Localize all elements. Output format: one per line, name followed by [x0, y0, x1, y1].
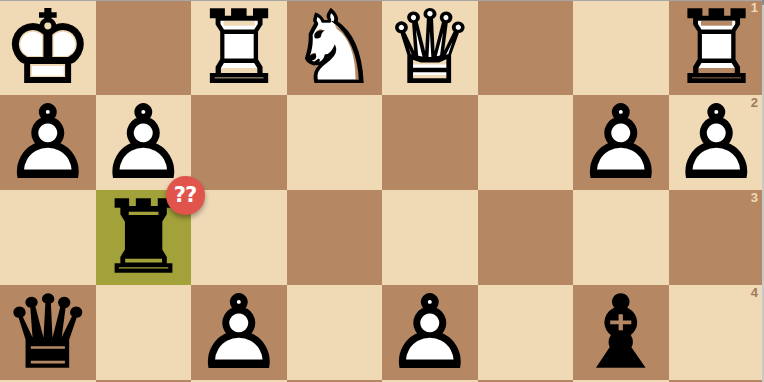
square-b3[interactable] [573, 190, 669, 285]
square-h2[interactable]: ♟♙ [0, 95, 96, 190]
square-e4[interactable] [287, 285, 383, 380]
square-c2[interactable] [478, 95, 574, 190]
white-pawn-outline: ♙ [3, 93, 93, 193]
white-rook-fill: ♜ [194, 0, 284, 98]
chessboard: ♚♔♜♖♞♘♛♕♜♖1♟♙♟♙♟♙♟♙2♜??3♛♟♙♟♙♝4 [0, 0, 764, 382]
white-pawn[interactable]: ♟♙ [96, 95, 192, 190]
square-d2[interactable] [382, 95, 478, 190]
board-grid: ♚♔♜♖♞♘♛♕♜♖1♟♙♟♙♟♙♟♙2♜??3♛♟♙♟♙♝4 [0, 0, 764, 382]
white-pawn[interactable]: ♟♙ [573, 95, 669, 190]
white-king-outline: ♔ [3, 0, 93, 98]
white-king[interactable]: ♚♔ [0, 0, 96, 95]
white-pawn-fill: ♟ [576, 93, 666, 193]
square-e2[interactable] [287, 95, 383, 190]
square-d4[interactable]: ♟♙ [382, 285, 478, 380]
square-a2[interactable]: ♟♙2 [669, 95, 764, 190]
rank-label-3: 3 [751, 191, 758, 205]
white-rook-outline: ♖ [671, 0, 761, 98]
white-pawn-fill: ♟ [3, 93, 93, 193]
square-g1[interactable] [96, 0, 192, 95]
white-pawn[interactable]: ♟♙ [0, 95, 96, 190]
square-c1[interactable] [478, 0, 574, 95]
white-knight[interactable]: ♞♘ [287, 0, 383, 95]
white-rook-outline: ♖ [194, 0, 284, 98]
white-pawn-outline: ♙ [385, 283, 475, 382]
white-pawn-fill: ♟ [194, 283, 284, 382]
rank-label-4: 4 [751, 286, 758, 300]
white-knight-fill: ♞ [289, 0, 379, 98]
white-queen-fill: ♛ [385, 0, 475, 98]
black-queen-glyph: ♛ [3, 283, 93, 382]
square-h4[interactable]: ♛ [0, 285, 96, 380]
black-queen[interactable]: ♛ [0, 285, 96, 380]
white-knight-outline: ♘ [289, 0, 379, 98]
square-d1[interactable]: ♛♕ [382, 0, 478, 95]
white-king-fill: ♚ [3, 0, 93, 98]
square-b2[interactable]: ♟♙ [573, 95, 669, 190]
square-g2[interactable]: ♟♙ [96, 95, 192, 190]
blunder-annotation-badge: ?? [166, 176, 205, 215]
square-d3[interactable] [382, 190, 478, 285]
square-c4[interactable] [478, 285, 574, 380]
square-f1[interactable]: ♜♖ [191, 0, 287, 95]
square-h1[interactable]: ♚♔ [0, 0, 96, 95]
white-queen-outline: ♕ [385, 0, 475, 98]
white-pawn-outline: ♙ [194, 283, 284, 382]
square-a3[interactable]: 3 [669, 190, 764, 285]
white-pawn[interactable]: ♟♙ [382, 285, 478, 380]
square-g4[interactable] [96, 285, 192, 380]
white-rook[interactable]: ♜♖ [191, 0, 287, 95]
square-e1[interactable]: ♞♘ [287, 0, 383, 95]
square-f2[interactable] [191, 95, 287, 190]
square-b1[interactable] [573, 0, 669, 95]
white-queen[interactable]: ♛♕ [382, 0, 478, 95]
window-top-border [0, 0, 764, 1]
black-bishop-glyph: ♝ [576, 283, 666, 382]
square-c3[interactable] [478, 190, 574, 285]
white-pawn[interactable]: ♟♙ [191, 285, 287, 380]
square-g3[interactable]: ♜?? [96, 190, 192, 285]
white-pawn-fill: ♟ [671, 93, 761, 193]
white-pawn-outline: ♙ [671, 93, 761, 193]
white-pawn-fill: ♟ [385, 283, 475, 382]
black-bishop[interactable]: ♝ [573, 285, 669, 380]
white-pawn-outline: ♙ [576, 93, 666, 193]
square-a4[interactable]: 4 [669, 285, 764, 380]
white-pawn[interactable]: ♟♙ [669, 95, 764, 190]
square-a1[interactable]: ♜♖1 [669, 0, 764, 95]
square-f4[interactable]: ♟♙ [191, 285, 287, 380]
square-b4[interactable]: ♝ [573, 285, 669, 380]
white-rook[interactable]: ♜♖ [669, 0, 764, 95]
square-f3[interactable] [191, 190, 287, 285]
white-rook-fill: ♜ [671, 0, 761, 98]
square-e3[interactable] [287, 190, 383, 285]
square-h3[interactable] [0, 190, 96, 285]
